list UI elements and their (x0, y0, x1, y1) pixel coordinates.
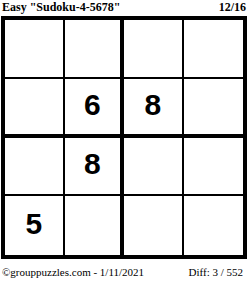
footer: ©grouppuzzles.com - 1/11/2021 Diff: 3 / … (2, 266, 243, 279)
cell-r3c3[interactable] (124, 138, 184, 197)
cell-r2c3[interactable]: 8 (124, 79, 184, 138)
cell-r4c2[interactable] (65, 196, 125, 255)
cell-r1c1[interactable] (5, 20, 65, 79)
cell-r4c4[interactable] (184, 196, 244, 255)
copyright-text: ©grouppuzzles.com - 1/11/2021 (2, 266, 144, 279)
puzzle-page: Easy "Sudoku-4-5678" 12/16 6 8 8 5 ©grou… (0, 0, 248, 282)
cell-r1c3[interactable] (124, 20, 184, 79)
page-counter: 12/16 (219, 0, 246, 14)
sudoku-board: 6 8 8 5 (1, 16, 247, 259)
cell-r3c4[interactable] (184, 138, 244, 197)
cell-r2c4[interactable] (184, 79, 244, 138)
cell-r3c1[interactable] (5, 138, 65, 197)
cell-r1c2[interactable] (65, 20, 125, 79)
cell-r2c2[interactable]: 6 (65, 79, 125, 138)
cell-r3c2[interactable]: 8 (65, 138, 125, 197)
header: Easy "Sudoku-4-5678" 12/16 (2, 0, 246, 15)
difficulty-text: Diff: 3 / 552 (189, 266, 244, 279)
cell-r4c1[interactable]: 5 (5, 196, 65, 255)
cell-r1c4[interactable] (184, 20, 244, 79)
cell-r2c1[interactable] (5, 79, 65, 138)
puzzle-title: Easy "Sudoku-4-5678" (2, 0, 120, 14)
cell-r4c3[interactable] (124, 196, 184, 255)
